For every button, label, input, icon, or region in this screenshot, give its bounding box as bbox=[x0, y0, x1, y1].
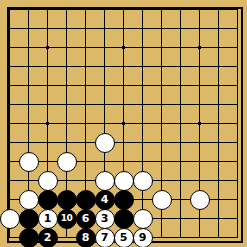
intersection-3-1[interactable] bbox=[38, 0, 57, 19]
intersection-1-9[interactable] bbox=[0, 152, 19, 171]
move-number-label: 2 bbox=[44, 232, 52, 243]
intersection-8-6[interactable] bbox=[133, 95, 152, 114]
intersection-9-12[interactable] bbox=[152, 209, 171, 228]
intersection-4-6[interactable] bbox=[57, 95, 76, 114]
intersection-6-13[interactable]: 7 bbox=[95, 228, 114, 247]
intersection-10-4[interactable] bbox=[171, 57, 190, 76]
intersection-7-9[interactable] bbox=[114, 152, 133, 171]
black-stone bbox=[57, 190, 77, 210]
intersection-9-7[interactable] bbox=[152, 114, 171, 133]
intersection-12-6[interactable] bbox=[209, 95, 228, 114]
intersection-4-8[interactable] bbox=[57, 133, 76, 152]
intersection-2-8[interactable] bbox=[19, 133, 38, 152]
intersection-1-2[interactable] bbox=[0, 19, 19, 38]
intersection-10-6[interactable] bbox=[171, 95, 190, 114]
intersection-6-11[interactable]: 4 bbox=[95, 190, 114, 209]
intersection-9-1[interactable] bbox=[152, 0, 171, 19]
move-number-label: 1 bbox=[44, 213, 52, 224]
intersection-6-10[interactable] bbox=[95, 171, 114, 190]
intersection-12-12[interactable] bbox=[209, 209, 228, 228]
intersection-5-7[interactable] bbox=[76, 114, 95, 133]
intersection-4-9[interactable] bbox=[57, 152, 76, 171]
intersection-13-4[interactable] bbox=[228, 57, 247, 76]
intersection-5-9[interactable] bbox=[76, 152, 95, 171]
intersection-12-11[interactable] bbox=[209, 190, 228, 209]
intersection-9-2[interactable] bbox=[152, 19, 171, 38]
intersection-6-12[interactable]: 3 bbox=[95, 209, 114, 228]
intersection-3-12[interactable]: 1 bbox=[38, 209, 57, 228]
intersection-13-8[interactable] bbox=[228, 133, 247, 152]
intersection-6-3[interactable] bbox=[95, 38, 114, 57]
intersection-7-13[interactable]: 5 bbox=[114, 228, 133, 247]
intersection-13-3[interactable] bbox=[228, 38, 247, 57]
white-stone-move-9: 9 bbox=[133, 228, 153, 247]
intersection-11-2[interactable] bbox=[190, 19, 209, 38]
white-stone bbox=[190, 190, 210, 210]
white-stone bbox=[19, 152, 39, 172]
intersection-11-7[interactable] bbox=[190, 114, 209, 133]
intersection-2-9[interactable] bbox=[19, 152, 38, 171]
intersection-13-10[interactable] bbox=[228, 171, 247, 190]
white-stone bbox=[133, 209, 153, 229]
intersection-10-7[interactable] bbox=[171, 114, 190, 133]
intersection-7-1[interactable] bbox=[114, 0, 133, 19]
intersection-5-10[interactable] bbox=[76, 171, 95, 190]
intersection-7-10[interactable] bbox=[114, 171, 133, 190]
white-stone bbox=[19, 190, 39, 210]
intersection-13-12[interactable] bbox=[228, 209, 247, 228]
white-stone bbox=[95, 171, 115, 191]
intersection-6-2[interactable] bbox=[95, 19, 114, 38]
intersection-1-1[interactable] bbox=[0, 0, 19, 19]
intersection-11-10[interactable] bbox=[190, 171, 209, 190]
intersection-7-8[interactable] bbox=[114, 133, 133, 152]
intersection-2-10[interactable] bbox=[19, 171, 38, 190]
black-stone-move-10: 10 bbox=[57, 209, 77, 229]
intersection-9-4[interactable] bbox=[152, 57, 171, 76]
intersection-6-7[interactable] bbox=[95, 114, 114, 133]
move-number-label: 6 bbox=[82, 213, 90, 224]
intersection-13-1[interactable] bbox=[228, 0, 247, 19]
intersection-4-11[interactable] bbox=[57, 190, 76, 209]
intersection-1-11[interactable] bbox=[0, 190, 19, 209]
intersection-1-6[interactable] bbox=[0, 95, 19, 114]
white-stone bbox=[57, 152, 77, 172]
intersection-1-12[interactable] bbox=[0, 209, 19, 228]
intersection-9-10[interactable] bbox=[152, 171, 171, 190]
black-stone bbox=[38, 190, 58, 210]
intersection-5-8[interactable] bbox=[76, 133, 95, 152]
intersection-3-3[interactable] bbox=[38, 38, 57, 57]
move-number-label: 7 bbox=[101, 232, 109, 243]
intersection-2-4[interactable] bbox=[19, 57, 38, 76]
intersection-3-8[interactable] bbox=[38, 133, 57, 152]
black-stone bbox=[19, 228, 39, 247]
intersection-1-10[interactable] bbox=[0, 171, 19, 190]
intersection-12-9[interactable] bbox=[209, 152, 228, 171]
intersection-4-1[interactable] bbox=[57, 0, 76, 19]
intersection-13-13[interactable] bbox=[228, 228, 247, 247]
intersection-9-13[interactable] bbox=[152, 228, 171, 247]
intersection-4-2[interactable] bbox=[57, 19, 76, 38]
intersection-11-8[interactable] bbox=[190, 133, 209, 152]
black-stone bbox=[19, 209, 39, 229]
intersection-8-2[interactable] bbox=[133, 19, 152, 38]
intersection-7-3[interactable] bbox=[114, 38, 133, 57]
intersection-11-3[interactable] bbox=[190, 38, 209, 57]
move-number-label: 3 bbox=[101, 213, 109, 224]
intersection-5-6[interactable] bbox=[76, 95, 95, 114]
intersection-4-3[interactable] bbox=[57, 38, 76, 57]
move-number-label: 9 bbox=[139, 232, 147, 243]
intersection-10-9[interactable] bbox=[171, 152, 190, 171]
intersection-13-7[interactable] bbox=[228, 114, 247, 133]
intersection-1-8[interactable] bbox=[0, 133, 19, 152]
white-stone bbox=[152, 190, 172, 210]
intersection-12-3[interactable] bbox=[209, 38, 228, 57]
intersection-1-7[interactable] bbox=[0, 114, 19, 133]
intersection-11-5[interactable] bbox=[190, 76, 209, 95]
intersection-2-12[interactable] bbox=[19, 209, 38, 228]
intersection-5-11[interactable] bbox=[76, 190, 95, 209]
move-number-label: 4 bbox=[101, 194, 109, 205]
intersection-2-13[interactable] bbox=[19, 228, 38, 247]
intersection-5-2[interactable] bbox=[76, 19, 95, 38]
intersection-6-9[interactable] bbox=[95, 152, 114, 171]
intersection-8-10[interactable] bbox=[133, 171, 152, 190]
move-number-label: 10 bbox=[61, 214, 73, 223]
move-number-label: 8 bbox=[82, 232, 90, 243]
white-stone bbox=[95, 133, 115, 153]
white-stone bbox=[133, 171, 153, 191]
intersection-9-5[interactable] bbox=[152, 76, 171, 95]
black-stone-move-6: 6 bbox=[76, 209, 96, 229]
intersection-6-5[interactable] bbox=[95, 76, 114, 95]
intersection-6-1[interactable] bbox=[95, 0, 114, 19]
intersection-5-12[interactable]: 6 bbox=[76, 209, 95, 228]
intersection-4-13[interactable] bbox=[57, 228, 76, 247]
white-stone-move-3: 3 bbox=[95, 209, 115, 229]
intersection-8-4[interactable] bbox=[133, 57, 152, 76]
intersection-3-11[interactable] bbox=[38, 190, 57, 209]
intersection-5-5[interactable] bbox=[76, 76, 95, 95]
intersection-8-7[interactable] bbox=[133, 114, 152, 133]
intersection-6-6[interactable] bbox=[95, 95, 114, 114]
white-stone bbox=[38, 171, 58, 191]
intersection-8-9[interactable] bbox=[133, 152, 152, 171]
intersection-3-10[interactable] bbox=[38, 171, 57, 190]
black-stone-move-2: 2 bbox=[38, 228, 58, 247]
intersection-9-6[interactable] bbox=[152, 95, 171, 114]
intersection-13-5[interactable] bbox=[228, 76, 247, 95]
intersection-3-9[interactable] bbox=[38, 152, 57, 171]
intersection-4-10[interactable] bbox=[57, 171, 76, 190]
intersection-8-3[interactable] bbox=[133, 38, 152, 57]
white-stone bbox=[0, 209, 20, 229]
intersection-12-1[interactable] bbox=[209, 0, 228, 19]
intersection-2-11[interactable] bbox=[19, 190, 38, 209]
white-stone bbox=[114, 171, 134, 191]
intersection-10-8[interactable] bbox=[171, 133, 190, 152]
intersection-12-7[interactable] bbox=[209, 114, 228, 133]
intersection-2-7[interactable] bbox=[19, 114, 38, 133]
intersection-3-7[interactable] bbox=[38, 114, 57, 133]
intersection-13-11[interactable] bbox=[228, 190, 247, 209]
intersection-7-5[interactable] bbox=[114, 76, 133, 95]
intersection-1-13[interactable] bbox=[0, 228, 19, 247]
intersection-12-2[interactable] bbox=[209, 19, 228, 38]
intersection-11-9[interactable] bbox=[190, 152, 209, 171]
intersection-4-4[interactable] bbox=[57, 57, 76, 76]
intersection-6-4[interactable] bbox=[95, 57, 114, 76]
intersection-1-5[interactable] bbox=[0, 76, 19, 95]
intersection-5-4[interactable] bbox=[76, 57, 95, 76]
intersection-3-2[interactable] bbox=[38, 19, 57, 38]
intersection-2-1[interactable] bbox=[19, 0, 38, 19]
intersection-2-5[interactable] bbox=[19, 76, 38, 95]
intersection-3-4[interactable] bbox=[38, 57, 57, 76]
intersection-11-1[interactable] bbox=[190, 0, 209, 19]
intersection-2-6[interactable] bbox=[19, 95, 38, 114]
intersection-7-11[interactable] bbox=[114, 190, 133, 209]
intersection-13-9[interactable] bbox=[228, 152, 247, 171]
intersection-4-7[interactable] bbox=[57, 114, 76, 133]
white-stone-move-7: 7 bbox=[95, 228, 115, 247]
intersection-1-3[interactable] bbox=[0, 38, 19, 57]
intersection-11-6[interactable] bbox=[190, 95, 209, 114]
intersection-3-13[interactable]: 2 bbox=[38, 228, 57, 247]
move-number-label: 5 bbox=[120, 232, 128, 243]
white-stone-move-5: 5 bbox=[114, 228, 134, 247]
intersection-10-10[interactable] bbox=[171, 171, 190, 190]
intersection-12-10[interactable] bbox=[209, 171, 228, 190]
intersection-8-13[interactable]: 9 bbox=[133, 228, 152, 247]
intersection-3-5[interactable] bbox=[38, 76, 57, 95]
intersection-10-2[interactable] bbox=[171, 19, 190, 38]
black-stone-move-8: 8 bbox=[76, 228, 96, 247]
intersection-7-6[interactable] bbox=[114, 95, 133, 114]
intersection-8-11[interactable] bbox=[133, 190, 152, 209]
intersection-9-9[interactable] bbox=[152, 152, 171, 171]
intersection-3-6[interactable] bbox=[38, 95, 57, 114]
intersection-4-5[interactable] bbox=[57, 76, 76, 95]
board-grid: 41106328759 bbox=[0, 0, 247, 247]
intersection-7-12[interactable] bbox=[114, 209, 133, 228]
intersection-10-13[interactable] bbox=[171, 228, 190, 247]
black-stone bbox=[76, 190, 96, 210]
intersection-9-3[interactable] bbox=[152, 38, 171, 57]
intersection-8-8[interactable] bbox=[133, 133, 152, 152]
intersection-11-11[interactable] bbox=[190, 190, 209, 209]
intersection-12-13[interactable] bbox=[209, 228, 228, 247]
intersection-5-13[interactable]: 8 bbox=[76, 228, 95, 247]
black-stone-move-4: 4 bbox=[95, 190, 115, 210]
intersection-11-13[interactable] bbox=[190, 228, 209, 247]
white-stone-move-1: 1 bbox=[38, 209, 58, 229]
intersection-13-2[interactable] bbox=[228, 19, 247, 38]
intersection-13-6[interactable] bbox=[228, 95, 247, 114]
intersection-10-5[interactable] bbox=[171, 76, 190, 95]
intersection-2-3[interactable] bbox=[19, 38, 38, 57]
intersection-10-12[interactable] bbox=[171, 209, 190, 228]
intersection-12-5[interactable] bbox=[209, 76, 228, 95]
intersection-12-4[interactable] bbox=[209, 57, 228, 76]
intersection-6-8[interactable] bbox=[95, 133, 114, 152]
black-stone bbox=[114, 209, 134, 229]
intersection-10-11[interactable] bbox=[171, 190, 190, 209]
intersection-5-3[interactable] bbox=[76, 38, 95, 57]
intersection-7-7[interactable] bbox=[114, 114, 133, 133]
intersection-9-8[interactable] bbox=[152, 133, 171, 152]
intersection-11-12[interactable] bbox=[190, 209, 209, 228]
intersection-11-4[interactable] bbox=[190, 57, 209, 76]
intersection-7-4[interactable] bbox=[114, 57, 133, 76]
intersection-10-1[interactable] bbox=[171, 0, 190, 19]
black-stone bbox=[114, 190, 134, 210]
intersection-8-5[interactable] bbox=[133, 76, 152, 95]
intersection-12-8[interactable] bbox=[209, 133, 228, 152]
intersection-10-3[interactable] bbox=[171, 38, 190, 57]
go-board: 41106328759 bbox=[0, 0, 247, 247]
intersection-4-12[interactable]: 10 bbox=[57, 209, 76, 228]
intersection-2-2[interactable] bbox=[19, 19, 38, 38]
intersection-5-1[interactable] bbox=[76, 0, 95, 19]
intersection-7-2[interactable] bbox=[114, 19, 133, 38]
intersection-1-4[interactable] bbox=[0, 57, 19, 76]
intersection-8-1[interactable] bbox=[133, 0, 152, 19]
intersection-9-11[interactable] bbox=[152, 190, 171, 209]
intersection-8-12[interactable] bbox=[133, 209, 152, 228]
